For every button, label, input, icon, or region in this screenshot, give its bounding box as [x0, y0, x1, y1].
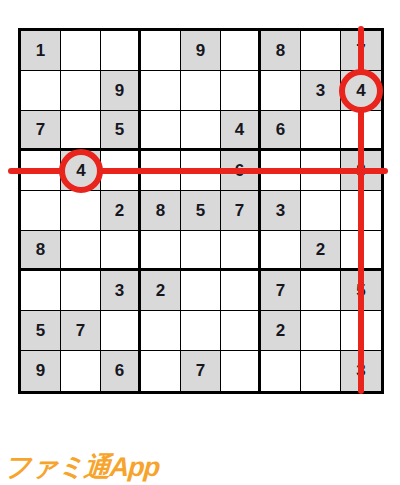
cell-r7c4[interactable]: 2	[141, 271, 181, 311]
cell-r6c2[interactable]	[61, 231, 101, 271]
famitsu-app-watermark: ファミ通App	[3, 449, 161, 485]
cell-r2c1[interactable]	[21, 71, 61, 111]
cell-r5c2[interactable]	[61, 191, 101, 231]
cell-r7c1[interactable]	[21, 271, 61, 311]
cell-r8c4[interactable]	[141, 311, 181, 351]
cell-r9c3[interactable]: 6	[101, 351, 141, 391]
circled-cell-r2c9: 4	[339, 69, 383, 113]
cell-r6c6[interactable]	[221, 231, 261, 271]
cell-r3c2[interactable]	[61, 111, 101, 151]
cell-r3c1[interactable]: 7	[21, 111, 61, 151]
cell-r3c7[interactable]: 6	[261, 111, 301, 151]
cell-r6c5[interactable]	[181, 231, 221, 271]
cell-r7c2[interactable]	[61, 271, 101, 311]
cell-r3c6[interactable]: 4	[221, 111, 261, 151]
cell-r9c2[interactable]	[61, 351, 101, 391]
cell-r1c7[interactable]: 8	[261, 31, 301, 71]
sudoku-board: 19879347546468285738232755729673	[18, 28, 384, 394]
cell-r8c2[interactable]: 7	[61, 311, 101, 351]
sudoku-screenshot: 19879347546468285738232755729673 ファミ通App…	[0, 0, 400, 485]
cell-r8c3[interactable]	[101, 311, 141, 351]
cell-r6c1[interactable]: 8	[21, 231, 61, 271]
cell-r7c8[interactable]	[301, 271, 341, 311]
cell-r3c5[interactable]	[181, 111, 221, 151]
cell-r1c5[interactable]: 9	[181, 31, 221, 71]
cell-r2c2[interactable]	[61, 71, 101, 111]
cell-r9c6[interactable]	[221, 351, 261, 391]
cell-r7c3[interactable]: 3	[101, 271, 141, 311]
cell-r8c1[interactable]: 5	[21, 311, 61, 351]
cell-r1c1[interactable]: 1	[21, 31, 61, 71]
cell-r6c7[interactable]	[261, 231, 301, 271]
cell-r7c7[interactable]: 7	[261, 271, 301, 311]
cell-r3c8[interactable]	[301, 111, 341, 151]
cell-r7c6[interactable]	[221, 271, 261, 311]
cell-r5c8[interactable]	[301, 191, 341, 231]
cell-r3c4[interactable]	[141, 111, 181, 151]
cell-r6c8[interactable]: 2	[301, 231, 341, 271]
cell-r6c3[interactable]	[101, 231, 141, 271]
cell-r1c3[interactable]	[101, 31, 141, 71]
cell-r6c4[interactable]	[141, 231, 181, 271]
cell-r5c4[interactable]: 8	[141, 191, 181, 231]
cell-r1c2[interactable]	[61, 31, 101, 71]
cell-r2c8[interactable]: 3	[301, 71, 341, 111]
cell-r8c7[interactable]: 2	[261, 311, 301, 351]
cell-r5c1[interactable]	[21, 191, 61, 231]
cell-r8c5[interactable]	[181, 311, 221, 351]
cell-r8c8[interactable]	[301, 311, 341, 351]
cell-r9c8[interactable]	[301, 351, 341, 391]
cell-r9c4[interactable]	[141, 351, 181, 391]
cell-r9c5[interactable]: 7	[181, 351, 221, 391]
cell-r1c4[interactable]	[141, 31, 181, 71]
cell-r9c7[interactable]	[261, 351, 301, 391]
cell-r3c3[interactable]: 5	[101, 111, 141, 151]
cell-r2c7[interactable]	[261, 71, 301, 111]
cell-r2c6[interactable]	[221, 71, 261, 111]
circled-cell-r4c2: 4	[59, 149, 103, 193]
cell-r5c6[interactable]: 7	[221, 191, 261, 231]
cell-r2c3[interactable]: 9	[101, 71, 141, 111]
cell-r9c1[interactable]: 9	[21, 351, 61, 391]
cell-r1c6[interactable]	[221, 31, 261, 71]
cell-r7c5[interactable]	[181, 271, 221, 311]
cell-r8c6[interactable]	[221, 311, 261, 351]
cell-r5c5[interactable]: 5	[181, 191, 221, 231]
cell-r5c3[interactable]: 2	[101, 191, 141, 231]
cell-r1c8[interactable]	[301, 31, 341, 71]
cell-r5c7[interactable]: 3	[261, 191, 301, 231]
cell-r2c4[interactable]	[141, 71, 181, 111]
cell-r2c5[interactable]	[181, 71, 221, 111]
